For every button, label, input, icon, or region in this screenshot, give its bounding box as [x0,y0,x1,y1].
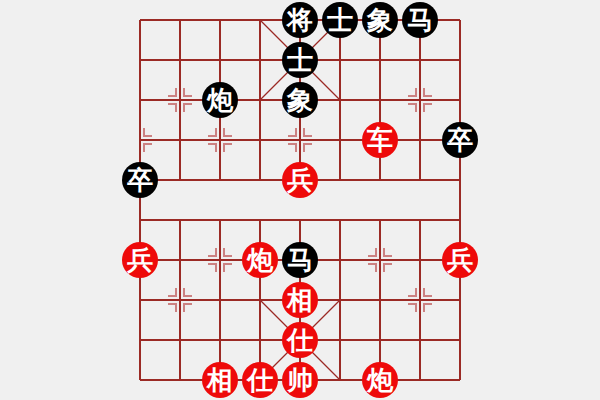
piece-glyph: 炮 [242,242,278,278]
piece-black-soldier[interactable]: 卒 [120,160,160,200]
piece-red-general[interactable]: 帅 [280,360,320,400]
xiangqi-app: 将士象马士炮象车卒卒兵兵炮马兵相仕相仕帅炮 [0,0,600,400]
piece-red-advisor[interactable]: 仕 [240,360,280,400]
piece-black-general[interactable]: 将 [280,0,320,40]
piece-black-horse[interactable]: 马 [400,0,440,40]
piece-glyph: 卒 [442,122,478,158]
piece-glyph: 卒 [122,162,158,198]
piece-glyph: 马 [282,242,318,278]
piece-red-soldier[interactable]: 兵 [440,240,480,280]
piece-black-cannon[interactable]: 炮 [200,80,240,120]
piece-glyph: 炮 [362,362,398,398]
piece-glyph: 帅 [282,362,318,398]
piece-red-cannon[interactable]: 炮 [240,240,280,280]
piece-red-soldier[interactable]: 兵 [280,160,320,200]
pieces-layer: 将士象马士炮象车卒卒兵兵炮马兵相仕相仕帅炮 [120,0,480,400]
piece-glyph: 兵 [282,162,318,198]
piece-glyph: 象 [362,2,398,38]
piece-glyph: 马 [402,2,438,38]
piece-red-elephant[interactable]: 相 [200,360,240,400]
piece-glyph: 士 [282,42,318,78]
piece-black-elephant[interactable]: 象 [280,80,320,120]
piece-red-soldier[interactable]: 兵 [120,240,160,280]
piece-red-elephant[interactable]: 相 [280,280,320,320]
piece-red-cannon[interactable]: 炮 [360,360,400,400]
piece-glyph: 相 [282,282,318,318]
piece-black-horse[interactable]: 马 [280,240,320,280]
piece-glyph: 仕 [282,322,318,358]
piece-glyph: 相 [202,362,238,398]
piece-black-elephant[interactable]: 象 [360,0,400,40]
piece-glyph: 象 [282,82,318,118]
piece-black-advisor[interactable]: 士 [280,40,320,80]
piece-glyph: 将 [282,2,318,38]
piece-glyph: 仕 [242,362,278,398]
piece-glyph: 车 [362,122,398,158]
piece-glyph: 炮 [202,82,238,118]
piece-black-soldier[interactable]: 卒 [440,120,480,160]
piece-glyph: 士 [322,2,358,38]
piece-red-chariot[interactable]: 车 [360,120,400,160]
piece-glyph: 兵 [122,242,158,278]
piece-glyph: 兵 [442,242,478,278]
piece-black-advisor[interactable]: 士 [320,0,360,40]
piece-red-advisor[interactable]: 仕 [280,320,320,360]
